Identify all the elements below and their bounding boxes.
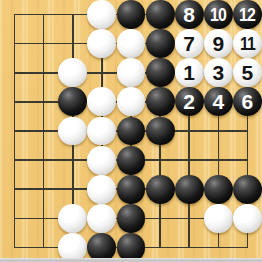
white-stone [117, 29, 146, 58]
move-number: 12 [239, 6, 255, 24]
white-stone: 11 [233, 29, 262, 58]
board-bottom-edge [0, 258, 262, 262]
white-stone [233, 204, 262, 233]
black-stone [146, 175, 175, 204]
black-stone [146, 58, 175, 87]
black-stone [146, 87, 175, 116]
go-board[interactable]: 810127911135246 [0, 0, 262, 262]
black-stone [146, 0, 175, 29]
white-stone [87, 0, 116, 29]
black-stone: 10 [204, 0, 233, 29]
white-stone [87, 87, 116, 116]
black-stone: 12 [233, 0, 262, 29]
white-stone [87, 204, 116, 233]
black-stone [117, 204, 146, 233]
black-stone [146, 29, 175, 58]
white-stone: 3 [204, 58, 233, 87]
white-stone: 9 [204, 29, 233, 58]
white-stone: 7 [175, 29, 204, 58]
white-stone [117, 87, 146, 116]
move-number: 2 [183, 91, 195, 112]
white-stone: 5 [233, 58, 262, 87]
move-number: 10 [210, 6, 226, 24]
black-stone [117, 0, 146, 29]
move-number: 5 [242, 62, 254, 83]
move-number: 1 [183, 62, 195, 83]
white-stone: 1 [175, 58, 204, 87]
black-stone [117, 146, 146, 175]
white-stone [58, 58, 87, 87]
move-number: 3 [212, 62, 224, 83]
white-stone [117, 58, 146, 87]
black-stone [233, 175, 262, 204]
black-stone [58, 87, 87, 116]
white-stone [204, 204, 233, 233]
white-stone [58, 117, 87, 146]
white-stone [87, 117, 116, 146]
black-stone [175, 175, 204, 204]
black-stone [117, 117, 146, 146]
move-number: 8 [183, 4, 195, 25]
black-stone: 4 [204, 87, 233, 116]
move-number: 7 [183, 33, 195, 54]
white-stone [58, 204, 87, 233]
white-stone [87, 29, 116, 58]
black-stone: 6 [233, 87, 262, 116]
go-problem-diagram: 810127911135246 [0, 0, 262, 262]
move-number: 9 [212, 33, 224, 54]
move-number: 4 [212, 91, 224, 112]
white-stone [87, 175, 116, 204]
black-stone [146, 117, 175, 146]
black-stone [117, 175, 146, 204]
move-number: 6 [242, 91, 254, 112]
black-stone: 2 [175, 87, 204, 116]
black-stone: 8 [175, 0, 204, 29]
move-number: 11 [240, 35, 255, 53]
black-stone [204, 175, 233, 204]
white-stone [87, 146, 116, 175]
